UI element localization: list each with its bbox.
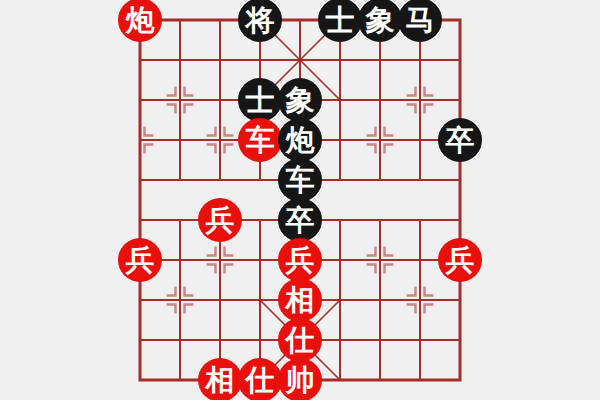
black-general-piece[interactable]: 将	[238, 0, 282, 42]
black-elephant-piece[interactable]: 象	[358, 0, 402, 42]
red-chariot-piece[interactable]: 车	[238, 118, 282, 162]
black-advisor-piece[interactable]: 士	[318, 0, 362, 42]
red-soldier-piece[interactable]: 兵	[198, 198, 242, 242]
black-chariot-piece[interactable]: 车	[278, 158, 322, 202]
red-king-piece[interactable]: 帅	[278, 358, 322, 400]
black-soldier-piece[interactable]: 卒	[278, 198, 322, 242]
red-cannon-piece[interactable]: 炮	[118, 0, 162, 42]
black-elephant-piece[interactable]: 象	[278, 78, 322, 122]
black-soldier-piece[interactable]: 卒	[438, 118, 482, 162]
red-elephant-piece[interactable]: 相	[278, 278, 322, 322]
red-advisor-piece[interactable]: 仕	[238, 358, 282, 400]
red-soldier-piece[interactable]: 兵	[278, 238, 322, 282]
red-soldier-piece[interactable]: 兵	[118, 238, 162, 282]
red-advisor-piece[interactable]: 仕	[278, 318, 322, 362]
xiangqi-board[interactable]: 炮将士象马士象车炮卒车兵卒兵兵兵相仕相仕帅	[0, 0, 600, 400]
red-elephant-piece[interactable]: 相	[198, 358, 242, 400]
black-cannon-piece[interactable]: 炮	[278, 118, 322, 162]
black-advisor-piece[interactable]: 士	[238, 78, 282, 122]
red-soldier-piece[interactable]: 兵	[438, 238, 482, 282]
black-horse-piece[interactable]: 马	[398, 0, 442, 42]
